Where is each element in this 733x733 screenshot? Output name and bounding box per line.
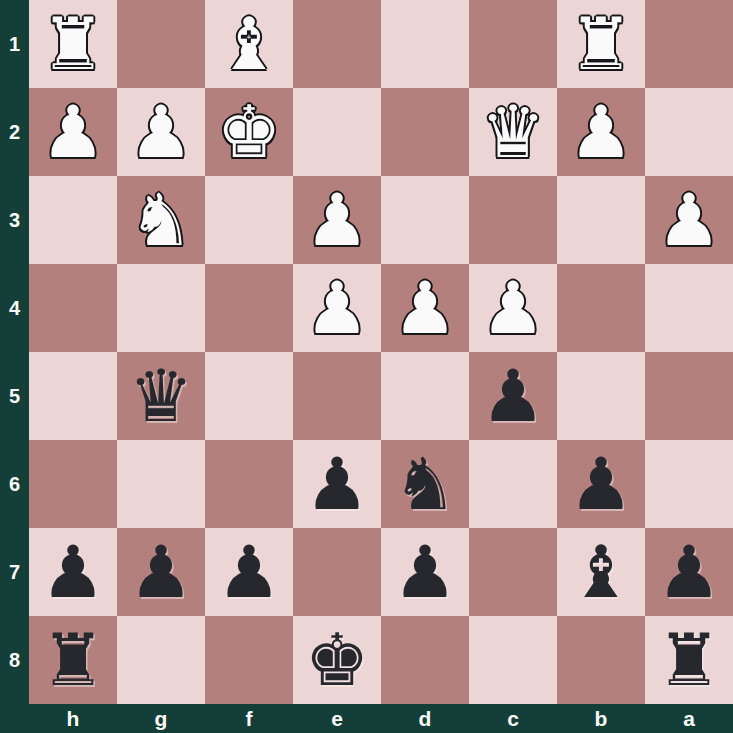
square-c7[interactable] <box>469 528 557 616</box>
white-pawn[interactable]: ♟ <box>129 88 194 176</box>
rank-label-6: 6 <box>0 440 29 528</box>
square-b4[interactable] <box>557 264 645 352</box>
black-rook[interactable]: ♜ <box>657 616 722 704</box>
square-h7[interactable]: ♟ <box>29 528 117 616</box>
rank-label-1: 1 <box>0 0 29 88</box>
file-label-c: c <box>469 704 557 733</box>
black-pawn[interactable]: ♟ <box>305 440 370 528</box>
black-rook[interactable]: ♜ <box>41 616 106 704</box>
square-b8[interactable] <box>557 616 645 704</box>
file-label-f: f <box>205 704 293 733</box>
file-label-e: e <box>293 704 381 733</box>
square-d4[interactable]: ♟ <box>381 264 469 352</box>
black-pawn[interactable]: ♟ <box>481 352 546 440</box>
square-e4[interactable]: ♟ <box>293 264 381 352</box>
square-h8[interactable]: ♜ <box>29 616 117 704</box>
square-f2[interactable]: ♚ <box>205 88 293 176</box>
square-f3[interactable] <box>205 176 293 264</box>
square-d8[interactable] <box>381 616 469 704</box>
file-label-h: h <box>29 704 117 733</box>
square-a6[interactable] <box>645 440 733 528</box>
square-g6[interactable] <box>117 440 205 528</box>
square-h4[interactable] <box>29 264 117 352</box>
white-knight[interactable]: ♞ <box>129 176 194 264</box>
square-c6[interactable] <box>469 440 557 528</box>
rank-label-2: 2 <box>0 88 29 176</box>
square-a3[interactable]: ♟ <box>645 176 733 264</box>
square-d7[interactable]: ♟ <box>381 528 469 616</box>
black-pawn[interactable]: ♟ <box>41 528 106 616</box>
square-g4[interactable] <box>117 264 205 352</box>
white-bishop[interactable]: ♝ <box>217 0 282 88</box>
white-queen[interactable]: ♛ <box>481 88 546 176</box>
white-pawn[interactable]: ♟ <box>305 264 370 352</box>
square-e3[interactable]: ♟ <box>293 176 381 264</box>
black-king[interactable]: ♚ <box>305 616 370 704</box>
square-e1[interactable] <box>293 0 381 88</box>
square-b3[interactable] <box>557 176 645 264</box>
black-pawn[interactable]: ♟ <box>657 528 722 616</box>
square-d6[interactable]: ♞ <box>381 440 469 528</box>
file-labels: hgfedcba <box>29 704 733 733</box>
square-a4[interactable] <box>645 264 733 352</box>
chess-board-frame: 12345678 ♜♝♜♟♟♚♛♟♞♟♟♟♟♟♛♟♟♞♟♟♟♟♟♝♟♜♚♜ hg… <box>0 0 733 733</box>
square-g3[interactable]: ♞ <box>117 176 205 264</box>
black-pawn[interactable]: ♟ <box>129 528 194 616</box>
black-pawn[interactable]: ♟ <box>569 440 634 528</box>
square-g5[interactable]: ♛ <box>117 352 205 440</box>
rank-label-3: 3 <box>0 176 29 264</box>
file-label-b: b <box>557 704 645 733</box>
black-queen[interactable]: ♛ <box>129 352 194 440</box>
file-label-d: d <box>381 704 469 733</box>
square-f8[interactable] <box>205 616 293 704</box>
square-e2[interactable] <box>293 88 381 176</box>
square-g1[interactable] <box>117 0 205 88</box>
white-pawn[interactable]: ♟ <box>569 88 634 176</box>
white-rook[interactable]: ♜ <box>41 0 106 88</box>
black-pawn[interactable]: ♟ <box>393 528 458 616</box>
square-c1[interactable] <box>469 0 557 88</box>
black-knight[interactable]: ♞ <box>393 440 458 528</box>
square-e5[interactable] <box>293 352 381 440</box>
square-g7[interactable]: ♟ <box>117 528 205 616</box>
square-d5[interactable] <box>381 352 469 440</box>
square-g2[interactable]: ♟ <box>117 88 205 176</box>
white-pawn[interactable]: ♟ <box>481 264 546 352</box>
rank-label-4: 4 <box>0 264 29 352</box>
square-b7[interactable]: ♝ <box>557 528 645 616</box>
square-a8[interactable]: ♜ <box>645 616 733 704</box>
square-c8[interactable] <box>469 616 557 704</box>
square-h3[interactable] <box>29 176 117 264</box>
rank-label-8: 8 <box>0 616 29 704</box>
white-pawn[interactable]: ♟ <box>305 176 370 264</box>
square-h2[interactable]: ♟ <box>29 88 117 176</box>
file-label-g: g <box>117 704 205 733</box>
file-label-a: a <box>645 704 733 733</box>
square-d2[interactable] <box>381 88 469 176</box>
black-bishop[interactable]: ♝ <box>569 528 634 616</box>
black-pawn[interactable]: ♟ <box>217 528 282 616</box>
square-c2[interactable]: ♛ <box>469 88 557 176</box>
square-g8[interactable] <box>117 616 205 704</box>
square-h6[interactable] <box>29 440 117 528</box>
square-e8[interactable]: ♚ <box>293 616 381 704</box>
square-d1[interactable] <box>381 0 469 88</box>
white-pawn[interactable]: ♟ <box>41 88 106 176</box>
square-c5[interactable]: ♟ <box>469 352 557 440</box>
rank-label-7: 7 <box>0 528 29 616</box>
square-f5[interactable] <box>205 352 293 440</box>
chess-board[interactable]: ♜♝♜♟♟♚♛♟♞♟♟♟♟♟♛♟♟♞♟♟♟♟♟♝♟♜♚♜ <box>29 0 733 704</box>
square-b1[interactable]: ♜ <box>557 0 645 88</box>
square-b2[interactable]: ♟ <box>557 88 645 176</box>
square-f4[interactable] <box>205 264 293 352</box>
white-pawn[interactable]: ♟ <box>393 264 458 352</box>
square-d3[interactable] <box>381 176 469 264</box>
square-f1[interactable]: ♝ <box>205 0 293 88</box>
square-h1[interactable]: ♜ <box>29 0 117 88</box>
white-king[interactable]: ♚ <box>217 88 282 176</box>
square-e6[interactable]: ♟ <box>293 440 381 528</box>
square-h5[interactable] <box>29 352 117 440</box>
square-c3[interactable] <box>469 176 557 264</box>
white-rook[interactable]: ♜ <box>569 0 634 88</box>
rank-label-5: 5 <box>0 352 29 440</box>
square-a7[interactable]: ♟ <box>645 528 733 616</box>
square-c4[interactable]: ♟ <box>469 264 557 352</box>
square-f7[interactable]: ♟ <box>205 528 293 616</box>
square-a2[interactable] <box>645 88 733 176</box>
square-f6[interactable] <box>205 440 293 528</box>
square-b6[interactable]: ♟ <box>557 440 645 528</box>
white-pawn[interactable]: ♟ <box>657 176 722 264</box>
square-e7[interactable] <box>293 528 381 616</box>
square-b5[interactable] <box>557 352 645 440</box>
square-a1[interactable] <box>645 0 733 88</box>
rank-labels: 12345678 <box>0 0 29 704</box>
square-a5[interactable] <box>645 352 733 440</box>
